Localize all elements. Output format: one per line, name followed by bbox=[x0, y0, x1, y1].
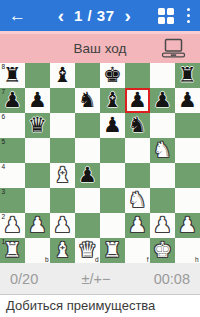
white-pawn-icon: ♟ bbox=[50, 213, 75, 238]
square-d6[interactable] bbox=[75, 113, 100, 138]
square-a6[interactable]: 6 bbox=[0, 113, 25, 138]
white-bishop-icon: ♝ bbox=[50, 163, 75, 188]
square-d1[interactable]: d♛ bbox=[75, 238, 100, 263]
score-counter: 0/20 bbox=[10, 271, 38, 287]
rank-label: 4 bbox=[2, 163, 6, 170]
square-g1[interactable]: ♚ bbox=[150, 238, 175, 263]
square-g6[interactable] bbox=[150, 113, 175, 138]
square-a8[interactable]: 8♜ bbox=[0, 63, 25, 88]
timer: 00:08 bbox=[154, 271, 190, 287]
black-king-icon: ♚ bbox=[100, 63, 125, 88]
next-puzzle-icon[interactable]: › bbox=[124, 6, 132, 25]
square-h8[interactable]: ♜ bbox=[175, 63, 200, 88]
black-bishop-icon: ♝ bbox=[100, 88, 125, 113]
square-c6[interactable] bbox=[50, 113, 75, 138]
white-pawn-icon: ♟ bbox=[125, 213, 150, 238]
white-knight-icon: ♞ bbox=[150, 138, 175, 163]
square-f7[interactable]: ♟ bbox=[125, 88, 150, 113]
square-c3[interactable] bbox=[50, 188, 75, 213]
square-h3[interactable] bbox=[175, 188, 200, 213]
rank-label: 3 bbox=[2, 188, 6, 195]
square-e1[interactable]: ♜ bbox=[100, 238, 125, 263]
square-e3[interactable] bbox=[100, 188, 125, 213]
rank-label: 2 bbox=[2, 213, 6, 220]
computer-icon bbox=[160, 38, 187, 63]
square-h2[interactable]: ♟ bbox=[175, 213, 200, 238]
top-toolbar: ← ‹ 1 / 37 › bbox=[0, 0, 200, 31]
square-g3[interactable] bbox=[150, 188, 175, 213]
previous-puzzle-icon[interactable]: ‹ bbox=[57, 6, 65, 25]
square-g8[interactable] bbox=[150, 63, 175, 88]
square-a1[interactable]: 1♜ bbox=[0, 238, 25, 263]
file-label: f bbox=[147, 256, 149, 263]
square-h5[interactable] bbox=[175, 138, 200, 163]
square-f2[interactable]: ♟ bbox=[125, 213, 150, 238]
square-e5[interactable] bbox=[100, 138, 125, 163]
square-g5[interactable]: ♞ bbox=[150, 138, 175, 163]
square-e6[interactable]: ♟ bbox=[100, 113, 125, 138]
square-c8[interactable]: ♝ bbox=[50, 63, 75, 88]
square-d8[interactable] bbox=[75, 63, 100, 88]
square-g7[interactable]: ♟ bbox=[150, 88, 175, 113]
square-c2[interactable]: ♟ bbox=[50, 213, 75, 238]
white-pawn-icon: ♟ bbox=[175, 213, 200, 238]
status-bar: 0/20 ±/+− 00:08 bbox=[0, 263, 200, 295]
white-pawn-icon: ♟ bbox=[150, 213, 175, 238]
square-g2[interactable]: ♟ bbox=[150, 213, 175, 238]
square-b5[interactable] bbox=[25, 138, 50, 163]
square-e2[interactable] bbox=[100, 213, 125, 238]
square-e8[interactable]: ♚ bbox=[100, 63, 125, 88]
chess-app-window: ← ‹ 1 / 37 › Ваш ход bbox=[0, 0, 200, 317]
rank-label: 1 bbox=[2, 238, 6, 245]
black-pawn-icon: ♟ bbox=[150, 88, 175, 113]
square-c5[interactable] bbox=[50, 138, 75, 163]
square-f1[interactable]: f bbox=[125, 238, 150, 263]
square-a4[interactable]: 4 bbox=[0, 163, 25, 188]
white-bishop-icon: ♝ bbox=[50, 238, 75, 263]
square-b1[interactable]: b bbox=[25, 238, 50, 263]
square-d3[interactable] bbox=[75, 188, 100, 213]
toolbar-actions bbox=[158, 6, 193, 26]
puzzle-list-grid-icon[interactable] bbox=[158, 8, 174, 24]
file-label: h bbox=[195, 256, 199, 263]
back-icon[interactable]: ← bbox=[9, 7, 31, 24]
square-c4[interactable]: ♝ bbox=[50, 163, 75, 188]
square-c7[interactable] bbox=[50, 88, 75, 113]
black-queen-icon: ♛ bbox=[25, 113, 50, 138]
black-pawn-icon: ♟ bbox=[125, 88, 150, 113]
square-f5[interactable] bbox=[125, 138, 150, 163]
chess-board: 8♜♝♚♜7♟♟♞♝♟♟♟6♛♟♞5♞4♝♟3♞2♟♟♟♟♟♟1♜b♝d♛♜f♚… bbox=[0, 63, 200, 263]
square-b7[interactable]: ♟ bbox=[25, 88, 50, 113]
square-b3[interactable] bbox=[25, 188, 50, 213]
square-d7[interactable]: ♞ bbox=[75, 88, 100, 113]
puzzle-counter: 1 / 37 bbox=[74, 7, 115, 24]
file-label: b bbox=[45, 256, 49, 263]
file-label: d bbox=[95, 256, 99, 263]
black-pawn-icon: ♟ bbox=[25, 88, 50, 113]
black-pawn-icon: ♟ bbox=[175, 88, 200, 113]
square-e7[interactable]: ♝ bbox=[100, 88, 125, 113]
move-status-bar: Ваш ход bbox=[0, 31, 200, 63]
square-h6[interactable] bbox=[175, 113, 200, 138]
square-a5[interactable]: 5 bbox=[0, 138, 25, 163]
task-caption: Добиться преимущества bbox=[0, 295, 200, 317]
square-b2[interactable]: ♟ bbox=[25, 213, 50, 238]
white-king-icon: ♚ bbox=[150, 238, 175, 263]
square-f8[interactable] bbox=[125, 63, 150, 88]
black-rook-icon: ♜ bbox=[175, 63, 200, 88]
square-a7[interactable]: 7♟ bbox=[0, 88, 25, 113]
square-f3[interactable]: ♞ bbox=[125, 188, 150, 213]
square-g4[interactable] bbox=[150, 163, 175, 188]
rank-label: 8 bbox=[2, 63, 6, 70]
square-e4[interactable] bbox=[100, 163, 125, 188]
puzzle-navigation: ‹ 1 / 37 › bbox=[31, 6, 158, 25]
square-b6[interactable]: ♛ bbox=[25, 113, 50, 138]
evaluation-goal: ±/+− bbox=[82, 271, 111, 287]
square-b8[interactable] bbox=[25, 63, 50, 88]
white-knight-icon: ♞ bbox=[125, 188, 150, 213]
square-d4[interactable]: ♟ bbox=[75, 163, 100, 188]
black-pawn-icon: ♟ bbox=[100, 113, 125, 138]
rank-label: 6 bbox=[2, 113, 6, 120]
white-rook-icon: ♜ bbox=[100, 238, 125, 263]
square-a3[interactable]: 3 bbox=[0, 188, 25, 213]
square-f4[interactable] bbox=[125, 163, 150, 188]
square-a2[interactable]: 2♟ bbox=[0, 213, 25, 238]
black-knight-icon: ♞ bbox=[125, 113, 150, 138]
black-pawn-icon: ♟ bbox=[75, 163, 100, 188]
square-h7[interactable]: ♟ bbox=[175, 88, 200, 113]
white-pawn-icon: ♟ bbox=[25, 213, 50, 238]
square-f6[interactable]: ♞ bbox=[125, 113, 150, 138]
overflow-menu-icon[interactable] bbox=[185, 6, 193, 26]
square-h1[interactable]: h bbox=[175, 238, 200, 263]
rank-label: 5 bbox=[2, 138, 6, 145]
square-d5[interactable] bbox=[75, 138, 100, 163]
square-c1[interactable]: ♝ bbox=[50, 238, 75, 263]
black-bishop-icon: ♝ bbox=[50, 63, 75, 88]
square-h4[interactable] bbox=[175, 163, 200, 188]
square-d2[interactable] bbox=[75, 213, 100, 238]
square-b4[interactable] bbox=[25, 163, 50, 188]
black-knight-icon: ♞ bbox=[75, 88, 100, 113]
rank-label: 7 bbox=[2, 88, 6, 95]
